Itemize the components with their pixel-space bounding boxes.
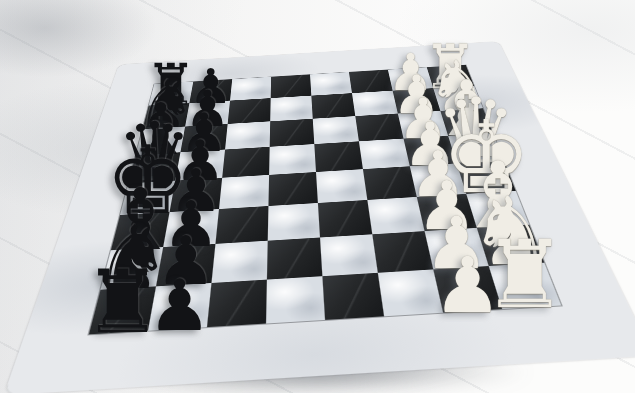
square-d1[interactable] (448, 133, 503, 163)
square-f4[interactable] (318, 200, 372, 238)
square-g1[interactable] (477, 225, 544, 266)
square-e7[interactable] (170, 178, 223, 212)
square-g4[interactable] (320, 234, 378, 276)
square-a6[interactable] (230, 77, 271, 101)
square-h4[interactable] (322, 273, 384, 320)
square-d5[interactable] (269, 144, 316, 175)
square-d8[interactable] (128, 152, 180, 183)
square-b2[interactable] (393, 88, 441, 113)
square-c6[interactable] (225, 121, 270, 149)
square-h6[interactable] (207, 280, 267, 328)
square-c2[interactable] (398, 111, 448, 139)
square-f7[interactable] (163, 209, 219, 247)
square-e6[interactable] (219, 175, 269, 209)
square-e5[interactable] (268, 172, 317, 206)
square-a8[interactable] (149, 82, 194, 106)
square-a1[interactable] (427, 65, 474, 88)
square-c1[interactable] (440, 108, 492, 136)
square-e8[interactable] (120, 181, 175, 215)
square-h7[interactable] (148, 283, 212, 331)
square-f6[interactable] (215, 206, 268, 244)
square-b8[interactable] (143, 103, 190, 129)
square-d7[interactable] (175, 150, 225, 181)
square-a7[interactable] (189, 79, 232, 103)
square-c5[interactable] (270, 119, 315, 147)
square-a4[interactable] (310, 72, 352, 96)
square-b5[interactable] (270, 96, 313, 122)
square-e1[interactable] (457, 161, 516, 194)
square-f8[interactable] (111, 212, 170, 250)
square-a5[interactable] (271, 74, 312, 98)
square-d3[interactable] (359, 139, 410, 170)
square-d4[interactable] (314, 141, 363, 172)
square-c7[interactable] (180, 124, 227, 152)
square-h1[interactable] (489, 263, 561, 309)
chess-board-frame (4, 42, 635, 393)
square-e4[interactable] (316, 169, 367, 203)
chess-board (89, 65, 561, 334)
square-a2[interactable] (388, 67, 433, 90)
square-d6[interactable] (222, 147, 269, 178)
square-g3[interactable] (372, 231, 433, 273)
square-h3[interactable] (378, 269, 443, 316)
square-g5[interactable] (267, 237, 322, 279)
square-c3[interactable] (355, 114, 403, 142)
square-b4[interactable] (311, 93, 355, 119)
square-f5[interactable] (268, 203, 320, 241)
square-c8[interactable] (136, 127, 185, 155)
square-h5[interactable] (266, 276, 325, 323)
square-b7[interactable] (185, 101, 230, 127)
square-g6[interactable] (211, 241, 267, 283)
square-f1[interactable] (466, 191, 529, 228)
square-b3[interactable] (352, 91, 398, 116)
square-f3[interactable] (367, 197, 424, 234)
square-b1[interactable] (433, 86, 483, 111)
square-a3[interactable] (349, 70, 393, 93)
square-g8[interactable] (101, 247, 164, 290)
square-c4[interactable] (313, 116, 359, 144)
square-e3[interactable] (363, 166, 417, 200)
square-g7[interactable] (156, 244, 215, 286)
square-h8[interactable] (89, 286, 156, 334)
scene: ♜♞♝♛♚♝♞♜♟♟♟♟♟♟♟♟♟♟♟♟♟♟♟♟♜♞♝♛♚♝♞♜ (0, 0, 635, 393)
square-b6[interactable] (228, 98, 271, 124)
